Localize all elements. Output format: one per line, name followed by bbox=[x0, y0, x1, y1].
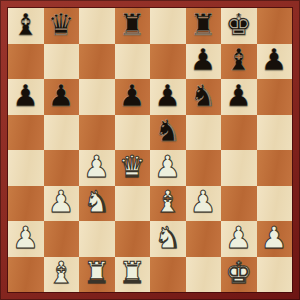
square-g4[interactable] bbox=[221, 150, 257, 186]
piece-black-pawn-f7[interactable]: ♟ bbox=[190, 45, 217, 75]
square-c6[interactable] bbox=[79, 79, 115, 115]
piece-black-rook-d8[interactable]: ♜ bbox=[119, 10, 146, 40]
square-a2[interactable]: ♟ bbox=[8, 221, 44, 257]
square-b3[interactable]: ♟ bbox=[44, 186, 80, 222]
piece-black-pawn-a6[interactable]: ♟ bbox=[12, 81, 39, 111]
square-d2[interactable] bbox=[115, 221, 151, 257]
square-a3[interactable] bbox=[8, 186, 44, 222]
piece-black-bishop-a8[interactable]: ♝ bbox=[12, 10, 39, 40]
square-d5[interactable] bbox=[115, 115, 151, 151]
piece-black-pawn-e6[interactable]: ♟ bbox=[154, 81, 181, 111]
square-e8[interactable] bbox=[150, 8, 186, 44]
piece-white-knight-e2[interactable]: ♞ bbox=[154, 223, 181, 253]
square-g6[interactable]: ♟ bbox=[221, 79, 257, 115]
square-d7[interactable] bbox=[115, 44, 151, 80]
square-b7[interactable] bbox=[44, 44, 80, 80]
piece-white-pawn-e4[interactable]: ♟ bbox=[154, 152, 181, 182]
square-h4[interactable] bbox=[257, 150, 293, 186]
square-a8[interactable]: ♝ bbox=[8, 8, 44, 44]
square-e3[interactable]: ♝ bbox=[150, 186, 186, 222]
piece-white-rook-c1[interactable]: ♜ bbox=[83, 258, 110, 288]
square-g1[interactable]: ♚ bbox=[221, 257, 257, 293]
square-a7[interactable] bbox=[8, 44, 44, 80]
square-e6[interactable]: ♟ bbox=[150, 79, 186, 115]
square-c7[interactable] bbox=[79, 44, 115, 80]
piece-black-king-g8[interactable]: ♚ bbox=[225, 10, 252, 40]
square-b4[interactable] bbox=[44, 150, 80, 186]
square-h2[interactable]: ♟ bbox=[257, 221, 293, 257]
square-f7[interactable]: ♟ bbox=[186, 44, 222, 80]
square-d6[interactable]: ♟ bbox=[115, 79, 151, 115]
square-h6[interactable] bbox=[257, 79, 293, 115]
piece-black-rook-f8[interactable]: ♜ bbox=[190, 10, 217, 40]
square-c5[interactable] bbox=[79, 115, 115, 151]
piece-white-pawn-a2[interactable]: ♟ bbox=[12, 223, 39, 253]
piece-white-pawn-f3[interactable]: ♟ bbox=[190, 187, 217, 217]
square-b2[interactable] bbox=[44, 221, 80, 257]
square-d4[interactable]: ♛ bbox=[115, 150, 151, 186]
square-c1[interactable]: ♜ bbox=[79, 257, 115, 293]
piece-white-king-g1[interactable]: ♚ bbox=[225, 258, 252, 288]
square-e4[interactable]: ♟ bbox=[150, 150, 186, 186]
square-e2[interactable]: ♞ bbox=[150, 221, 186, 257]
square-h1[interactable] bbox=[257, 257, 293, 293]
square-b8[interactable]: ♛ bbox=[44, 8, 80, 44]
square-e1[interactable] bbox=[150, 257, 186, 293]
piece-white-pawn-b3[interactable]: ♟ bbox=[48, 187, 75, 217]
square-c4[interactable]: ♟ bbox=[79, 150, 115, 186]
square-f3[interactable]: ♟ bbox=[186, 186, 222, 222]
square-g5[interactable] bbox=[221, 115, 257, 151]
piece-white-queen-d4[interactable]: ♛ bbox=[119, 152, 146, 182]
piece-black-pawn-d6[interactable]: ♟ bbox=[119, 81, 146, 111]
piece-white-bishop-b1[interactable]: ♝ bbox=[48, 258, 75, 288]
square-c3[interactable]: ♞ bbox=[79, 186, 115, 222]
chess-board: ♝♛♜♜♚♟♝♟♟♟♟♟♞♟♞♟♛♟♟♞♝♟♟♞♟♟♝♜♜♚ bbox=[8, 8, 292, 292]
square-g3[interactable] bbox=[221, 186, 257, 222]
square-c2[interactable] bbox=[79, 221, 115, 257]
square-b6[interactable]: ♟ bbox=[44, 79, 80, 115]
square-g8[interactable]: ♚ bbox=[221, 8, 257, 44]
square-a1[interactable] bbox=[8, 257, 44, 293]
square-f2[interactable] bbox=[186, 221, 222, 257]
square-g7[interactable]: ♝ bbox=[221, 44, 257, 80]
piece-white-knight-c3[interactable]: ♞ bbox=[83, 187, 110, 217]
square-f4[interactable] bbox=[186, 150, 222, 186]
piece-black-pawn-b6[interactable]: ♟ bbox=[48, 81, 75, 111]
square-d1[interactable]: ♜ bbox=[115, 257, 151, 293]
piece-black-bishop-g7[interactable]: ♝ bbox=[225, 45, 252, 75]
piece-black-knight-e5[interactable]: ♞ bbox=[154, 116, 181, 146]
square-d3[interactable] bbox=[115, 186, 151, 222]
square-b5[interactable] bbox=[44, 115, 80, 151]
piece-black-pawn-h7[interactable]: ♟ bbox=[261, 45, 288, 75]
square-f8[interactable]: ♜ bbox=[186, 8, 222, 44]
piece-white-bishop-e3[interactable]: ♝ bbox=[154, 187, 181, 217]
square-e5[interactable]: ♞ bbox=[150, 115, 186, 151]
square-f1[interactable] bbox=[186, 257, 222, 293]
square-h8[interactable] bbox=[257, 8, 293, 44]
square-a6[interactable]: ♟ bbox=[8, 79, 44, 115]
square-g2[interactable]: ♟ bbox=[221, 221, 257, 257]
square-f6[interactable]: ♞ bbox=[186, 79, 222, 115]
square-h5[interactable] bbox=[257, 115, 293, 151]
piece-white-pawn-c4[interactable]: ♟ bbox=[83, 152, 110, 182]
piece-black-pawn-g6[interactable]: ♟ bbox=[225, 81, 252, 111]
square-h7[interactable]: ♟ bbox=[257, 44, 293, 80]
square-d8[interactable]: ♜ bbox=[115, 8, 151, 44]
board-frame: ♝♛♜♜♚♟♝♟♟♟♟♟♞♟♞♟♛♟♟♞♝♟♟♞♟♟♝♜♜♚ bbox=[0, 0, 300, 300]
piece-black-queen-b8[interactable]: ♛ bbox=[48, 10, 75, 40]
piece-black-knight-f6[interactable]: ♞ bbox=[190, 81, 217, 111]
square-c8[interactable] bbox=[79, 8, 115, 44]
square-a4[interactable] bbox=[8, 150, 44, 186]
square-f5[interactable] bbox=[186, 115, 222, 151]
square-h3[interactable] bbox=[257, 186, 293, 222]
piece-white-pawn-h2[interactable]: ♟ bbox=[261, 223, 288, 253]
square-b1[interactable]: ♝ bbox=[44, 257, 80, 293]
square-a5[interactable] bbox=[8, 115, 44, 151]
piece-white-pawn-g2[interactable]: ♟ bbox=[225, 223, 252, 253]
piece-white-rook-d1[interactable]: ♜ bbox=[119, 258, 146, 288]
square-e7[interactable] bbox=[150, 44, 186, 80]
